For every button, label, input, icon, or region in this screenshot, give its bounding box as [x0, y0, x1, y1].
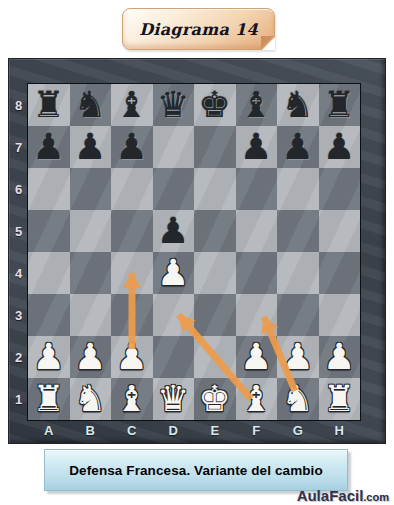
square-e1[interactable]: ♚: [194, 378, 236, 420]
square-e8[interactable]: ♚: [194, 84, 236, 126]
square-d3[interactable]: [153, 294, 195, 336]
white-queen[interactable]: ♛: [153, 378, 195, 420]
square-c6[interactable]: [111, 168, 153, 210]
black-bishop[interactable]: ♝: [236, 84, 278, 126]
file-label-h: H: [319, 420, 361, 444]
square-h1[interactable]: ♜: [319, 378, 361, 420]
square-b7[interactable]: ♟: [70, 126, 112, 168]
square-b4[interactable]: [70, 252, 112, 294]
rank-label-6: 6: [9, 168, 28, 210]
square-b3[interactable]: [70, 294, 112, 336]
square-a7[interactable]: ♟: [28, 126, 70, 168]
white-rook[interactable]: ♜: [319, 378, 361, 420]
rank-label-5: 5: [9, 210, 28, 252]
white-rook[interactable]: ♜: [28, 378, 70, 420]
white-pawn[interactable]: ♟: [319, 336, 361, 378]
square-d1[interactable]: ♛: [153, 378, 195, 420]
square-h7[interactable]: ♟: [319, 126, 361, 168]
black-pawn[interactable]: ♟: [319, 126, 361, 168]
square-g3[interactable]: [277, 294, 319, 336]
square-g1[interactable]: ♞: [277, 378, 319, 420]
black-bishop[interactable]: ♝: [111, 84, 153, 126]
square-c3[interactable]: [111, 294, 153, 336]
white-bishop[interactable]: ♝: [236, 378, 278, 420]
square-d2[interactable]: [153, 336, 195, 378]
rank-label-7: 7: [9, 126, 28, 168]
white-pawn[interactable]: ♟: [28, 336, 70, 378]
black-king[interactable]: ♚: [194, 84, 236, 126]
black-rook[interactable]: ♜: [28, 84, 70, 126]
white-king[interactable]: ♚: [194, 378, 236, 420]
square-a5[interactable]: [28, 210, 70, 252]
square-e2[interactable]: [194, 336, 236, 378]
black-knight[interactable]: ♞: [70, 84, 112, 126]
white-pawn[interactable]: ♟: [111, 336, 153, 378]
square-h5[interactable]: [319, 210, 361, 252]
square-d8[interactable]: ♛: [153, 84, 195, 126]
diagram-title: Diagrama 14: [139, 20, 258, 39]
square-f8[interactable]: ♝: [236, 84, 278, 126]
square-g4[interactable]: [277, 252, 319, 294]
square-f3[interactable]: [236, 294, 278, 336]
square-g8[interactable]: ♞: [277, 84, 319, 126]
diagram-title-banner: Diagrama 14: [122, 8, 275, 50]
black-queen[interactable]: ♛: [153, 84, 195, 126]
rank-label-4: 4: [9, 252, 28, 294]
square-d4[interactable]: ♟: [153, 252, 195, 294]
file-label-d: D: [153, 420, 195, 444]
square-a6[interactable]: [28, 168, 70, 210]
square-e3[interactable]: [194, 294, 236, 336]
square-h6[interactable]: [319, 168, 361, 210]
chess-board[interactable]: ♜♞♝♛♚♝♞♜♟♟♟♟♟♟♟♟♟♟♟♟♟♟♜♞♝♛♚♝♞♜: [28, 84, 360, 420]
black-rook[interactable]: ♜: [319, 84, 361, 126]
square-e7[interactable]: [194, 126, 236, 168]
file-label-a: A: [28, 420, 70, 444]
square-e5[interactable]: [194, 210, 236, 252]
square-b6[interactable]: [70, 168, 112, 210]
square-c8[interactable]: ♝: [111, 84, 153, 126]
square-f6[interactable]: [236, 168, 278, 210]
file-label-b: B: [70, 420, 112, 444]
square-b2[interactable]: ♟: [70, 336, 112, 378]
black-pawn[interactable]: ♟: [70, 126, 112, 168]
brand-domain: .com: [363, 491, 389, 503]
file-label-g: G: [277, 420, 319, 444]
square-g2[interactable]: ♟: [277, 336, 319, 378]
brand-name: AulaFacil: [297, 487, 364, 504]
square-f2[interactable]: ♟: [236, 336, 278, 378]
square-d5[interactable]: ♟: [153, 210, 195, 252]
square-h8[interactable]: ♜: [319, 84, 361, 126]
black-pawn[interactable]: ♟: [277, 126, 319, 168]
square-d7[interactable]: [153, 126, 195, 168]
square-g5[interactable]: [277, 210, 319, 252]
rank-label-2: 2: [9, 336, 28, 378]
black-pawn[interactable]: ♟: [28, 126, 70, 168]
white-knight[interactable]: ♞: [277, 378, 319, 420]
rank-label-1: 1: [9, 378, 28, 420]
square-f4[interactable]: [236, 252, 278, 294]
square-c7[interactable]: ♟: [111, 126, 153, 168]
square-d6[interactable]: [153, 168, 195, 210]
black-pawn[interactable]: ♟: [111, 126, 153, 168]
square-b1[interactable]: ♞: [70, 378, 112, 420]
file-label-e: E: [194, 420, 236, 444]
rank-label-3: 3: [9, 294, 28, 336]
square-c4[interactable]: [111, 252, 153, 294]
square-c5[interactable]: [111, 210, 153, 252]
white-knight[interactable]: ♞: [70, 378, 112, 420]
square-e6[interactable]: [194, 168, 236, 210]
white-pawn[interactable]: ♟: [70, 336, 112, 378]
square-a1[interactable]: ♜: [28, 378, 70, 420]
white-pawn[interactable]: ♟: [236, 336, 278, 378]
page: Diagrama 14 87654321 ABCDEFGH ♜♞♝♛♚♝♞♜♟♟…: [0, 0, 394, 505]
square-a8[interactable]: ♜: [28, 84, 70, 126]
caption-banner: Defensa Francesa. Variante del cambio: [44, 449, 348, 491]
square-a4[interactable]: [28, 252, 70, 294]
square-a2[interactable]: ♟: [28, 336, 70, 378]
square-g6[interactable]: [277, 168, 319, 210]
file-label-c: C: [111, 420, 153, 444]
square-c1[interactable]: ♝: [111, 378, 153, 420]
square-g7[interactable]: ♟: [277, 126, 319, 168]
rank-labels: 87654321: [9, 84, 28, 420]
square-f7[interactable]: ♟: [236, 126, 278, 168]
square-b5[interactable]: [70, 210, 112, 252]
rank-label-8: 8: [9, 84, 28, 126]
white-bishop[interactable]: ♝: [111, 378, 153, 420]
white-pawn[interactable]: ♟: [153, 252, 195, 294]
square-b8[interactable]: ♞: [70, 84, 112, 126]
black-pawn[interactable]: ♟: [236, 126, 278, 168]
chess-board-frame: 87654321 ABCDEFGH ♜♞♝♛♚♝♞♜♟♟♟♟♟♟♟♟♟♟♟♟♟♟…: [8, 58, 386, 444]
file-labels: ABCDEFGH: [28, 420, 360, 444]
white-pawn[interactable]: ♟: [277, 336, 319, 378]
black-pawn[interactable]: ♟: [153, 210, 195, 252]
square-h3[interactable]: [319, 294, 361, 336]
black-knight[interactable]: ♞: [277, 84, 319, 126]
square-c2[interactable]: ♟: [111, 336, 153, 378]
square-f1[interactable]: ♝: [236, 378, 278, 420]
square-e4[interactable]: [194, 252, 236, 294]
square-a3[interactable]: [28, 294, 70, 336]
square-f5[interactable]: [236, 210, 278, 252]
square-h2[interactable]: ♟: [319, 336, 361, 378]
brand-logo: AulaFacil.com: [297, 487, 389, 505]
file-label-f: F: [236, 420, 278, 444]
square-h4[interactable]: [319, 252, 361, 294]
caption-text: Defensa Francesa. Variante del cambio: [69, 463, 323, 478]
